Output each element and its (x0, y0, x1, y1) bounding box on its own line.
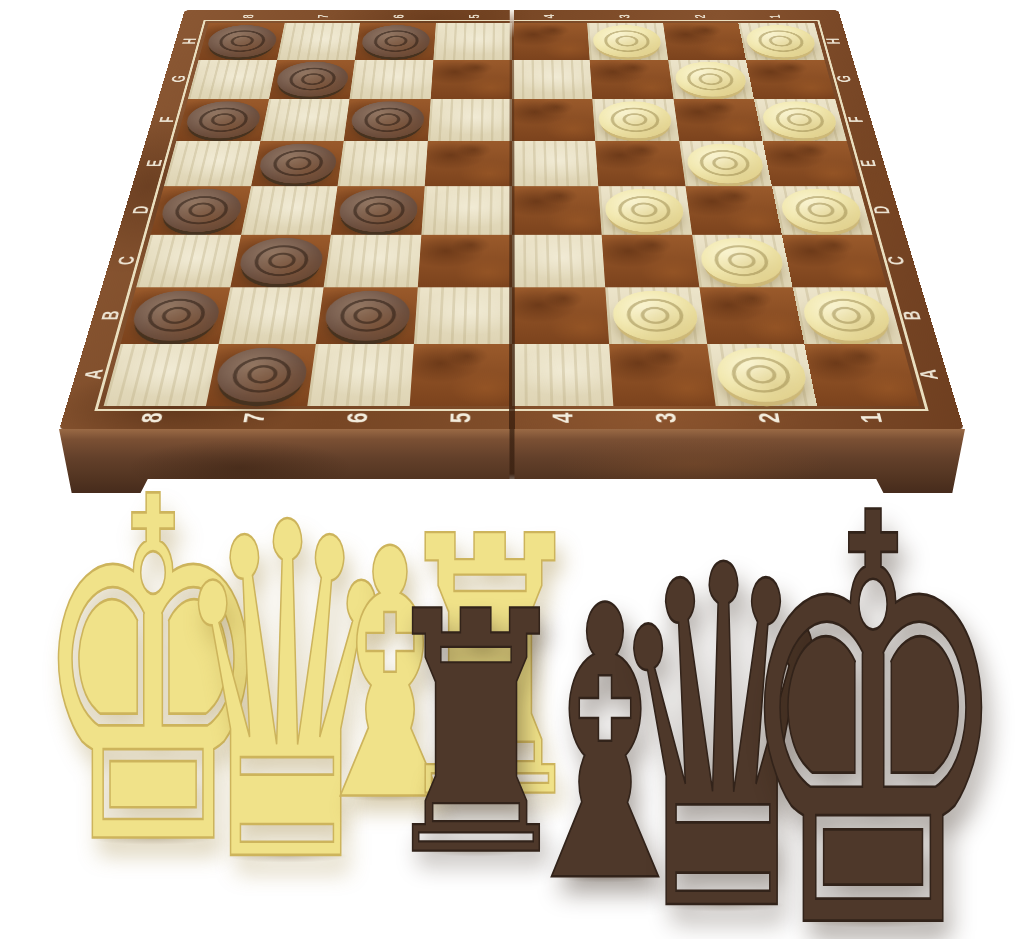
square-E2[interactable] (679, 141, 772, 186)
square-A8[interactable] (104, 344, 219, 406)
square-E3[interactable] (595, 141, 685, 186)
square-F5[interactable] (428, 99, 512, 141)
light-checker-C2[interactable] (698, 238, 787, 284)
square-F4[interactable] (512, 99, 596, 141)
square-A4[interactable] (512, 344, 614, 406)
square-B8[interactable] (121, 287, 230, 344)
square-B1[interactable] (793, 287, 902, 344)
coord-left-A: A (79, 369, 109, 379)
dark-checker-B6[interactable] (322, 291, 411, 341)
square-D1[interactable] (772, 186, 872, 235)
square-G4[interactable] (512, 60, 593, 99)
hinge-seam (509, 10, 515, 430)
coord-right-A: A (914, 369, 944, 379)
coord-left-E: E (142, 160, 167, 167)
square-D3[interactable] (598, 186, 692, 235)
square-H7[interactable] (277, 23, 360, 60)
coord-left-C: C (113, 256, 140, 265)
square-G8[interactable] (188, 60, 277, 99)
coord-back-7: 7 (314, 14, 332, 18)
square-E1[interactable] (763, 141, 859, 186)
square-F2[interactable] (673, 99, 763, 141)
square-H3[interactable] (587, 23, 668, 60)
light-checker-H1[interactable] (744, 25, 819, 57)
coord-back-6: 6 (390, 14, 408, 18)
square-E6[interactable] (338, 141, 428, 186)
coord-right-H: H (822, 38, 845, 44)
square-H8[interactable] (199, 23, 285, 60)
square-H1[interactable] (739, 23, 825, 60)
coord-right-B: B (898, 310, 927, 320)
square-C2[interactable] (692, 235, 793, 288)
square-H2[interactable] (663, 23, 746, 60)
square-H4[interactable] (512, 23, 590, 60)
coord-back-2: 2 (691, 14, 709, 18)
square-E5[interactable] (425, 141, 512, 186)
coord-back-5: 5 (465, 14, 483, 18)
square-G1[interactable] (746, 60, 835, 99)
coord-right-C: C (883, 256, 910, 265)
light-checker-E2[interactable] (684, 144, 766, 184)
coord-back-3: 3 (615, 14, 633, 18)
square-C4[interactable] (512, 235, 606, 288)
dark-checker-H6[interactable] (360, 25, 431, 57)
square-H5[interactable] (433, 23, 511, 60)
square-D7[interactable] (241, 186, 338, 235)
dark-checker-B8[interactable] (127, 291, 223, 341)
square-A7[interactable] (206, 344, 316, 406)
square-E4[interactable] (512, 141, 599, 186)
square-B5[interactable] (414, 287, 512, 344)
square-B6[interactable] (316, 287, 418, 344)
square-F8[interactable] (176, 99, 268, 141)
coord-left-D: D (128, 206, 154, 214)
coord-right-D: D (869, 206, 895, 214)
square-B3[interactable] (605, 287, 707, 344)
coord-right-G: G (833, 75, 857, 82)
coord-back-1: 1 (766, 14, 784, 18)
dark-checker-C7[interactable] (236, 238, 325, 284)
square-B2[interactable] (699, 287, 805, 344)
dark-checker-F6[interactable] (349, 101, 425, 138)
dark-checker-D8[interactable] (157, 189, 245, 232)
product-photo: 8877665544332211AABBCCDDEEFFGGHH ♚♛♝♜♜♝♛… (0, 0, 1024, 939)
square-H6[interactable] (355, 23, 436, 60)
square-A5[interactable] (410, 344, 512, 406)
square-A6[interactable] (308, 344, 414, 406)
square-B7[interactable] (218, 287, 324, 344)
coord-front-4: 4 (546, 413, 580, 424)
coord-left-F: F (155, 117, 179, 123)
square-G5[interactable] (431, 60, 512, 99)
dark-checker-E7[interactable] (257, 144, 339, 184)
light-checker-B1[interactable] (799, 291, 895, 341)
square-C3[interactable] (602, 235, 699, 288)
light-checker-F1[interactable] (760, 101, 841, 138)
square-D6[interactable] (331, 186, 425, 235)
coord-front-6: 6 (340, 413, 375, 424)
light-checker-D3[interactable] (604, 189, 686, 232)
square-C5[interactable] (418, 235, 512, 288)
dark-checker-D6[interactable] (337, 189, 419, 232)
square-G3[interactable] (590, 60, 674, 99)
square-F7[interactable] (260, 99, 350, 141)
square-C8[interactable] (136, 235, 241, 288)
coord-left-G: G (167, 75, 191, 82)
square-G7[interactable] (269, 60, 355, 99)
square-D5[interactable] (421, 186, 511, 235)
dark-checker-G7[interactable] (274, 62, 350, 97)
square-F6[interactable] (344, 99, 431, 141)
dark-checker-A7[interactable] (212, 348, 309, 402)
square-G2[interactable] (668, 60, 754, 99)
square-A3[interactable] (609, 344, 715, 406)
coord-back-4: 4 (540, 14, 558, 18)
black-king[interactable]: ♚ (734, 443, 1012, 939)
square-F3[interactable] (592, 99, 679, 141)
square-D4[interactable] (512, 186, 602, 235)
square-G6[interactable] (350, 60, 434, 99)
dark-checker-F8[interactable] (182, 101, 263, 138)
dark-checker-H8[interactable] (204, 25, 279, 57)
coord-left-H: H (178, 38, 201, 44)
coord-left-B: B (97, 310, 126, 320)
light-checker-H3[interactable] (592, 25, 663, 57)
square-D8[interactable] (151, 186, 251, 235)
square-B4[interactable] (512, 287, 610, 344)
square-C1[interactable] (782, 235, 887, 288)
square-F1[interactable] (754, 99, 846, 141)
coord-front-3: 3 (648, 413, 683, 424)
light-checker-F3[interactable] (597, 101, 673, 138)
light-checker-A2[interactable] (713, 348, 810, 402)
square-E7[interactable] (251, 141, 344, 186)
coord-right-E: E (856, 160, 881, 167)
light-checker-B3[interactable] (611, 291, 700, 341)
game-board: 8877665544332211AABBCCDDEEFFGGHH (59, 10, 964, 430)
light-checker-G2[interactable] (673, 62, 749, 97)
coord-right-F: F (844, 117, 868, 123)
coord-back-8: 8 (239, 14, 257, 18)
square-E8[interactable] (164, 141, 260, 186)
coord-front-5: 5 (443, 413, 477, 424)
square-C7[interactable] (230, 235, 331, 288)
light-checker-D1[interactable] (778, 189, 866, 232)
square-C6[interactable] (324, 235, 421, 288)
square-D2[interactable] (685, 186, 782, 235)
